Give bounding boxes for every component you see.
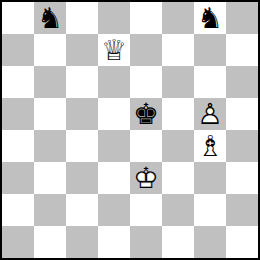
chessboard: ♞♞♛♕♚♟♙♝♗♚♔ xyxy=(0,0,260,260)
square-h7[interactable] xyxy=(226,34,258,66)
square-b4[interactable] xyxy=(34,130,66,162)
square-c4[interactable] xyxy=(66,130,98,162)
square-f3[interactable] xyxy=(162,162,194,194)
square-g2[interactable] xyxy=(194,194,226,226)
square-c1[interactable] xyxy=(66,226,98,258)
square-h4[interactable] xyxy=(226,130,258,162)
square-a5[interactable] xyxy=(2,98,34,130)
board-grid: ♞♞♛♕♚♟♙♝♗♚♔ xyxy=(2,2,258,258)
square-f5[interactable] xyxy=(162,98,194,130)
square-b6[interactable] xyxy=(34,66,66,98)
square-a2[interactable] xyxy=(2,194,34,226)
square-e4[interactable] xyxy=(130,130,162,162)
black-king-piece: ♚ xyxy=(130,98,162,130)
square-f7[interactable] xyxy=(162,34,194,66)
square-c8[interactable] xyxy=(66,2,98,34)
square-f1[interactable] xyxy=(162,226,194,258)
square-g1[interactable] xyxy=(194,226,226,258)
white-king-piece: ♚♔ xyxy=(130,162,162,194)
square-a1[interactable] xyxy=(2,226,34,258)
square-d8[interactable] xyxy=(98,2,130,34)
square-e6[interactable] xyxy=(130,66,162,98)
square-b1[interactable] xyxy=(34,226,66,258)
square-e1[interactable] xyxy=(130,226,162,258)
square-h6[interactable] xyxy=(226,66,258,98)
square-h2[interactable] xyxy=(226,194,258,226)
square-b2[interactable] xyxy=(34,194,66,226)
square-f6[interactable] xyxy=(162,66,194,98)
square-e3[interactable]: ♚♔ xyxy=(130,162,162,194)
king-outline-glyph: ♔ xyxy=(130,162,162,194)
white-pawn-piece: ♟♙ xyxy=(194,98,226,130)
square-d4[interactable] xyxy=(98,130,130,162)
square-d6[interactable] xyxy=(98,66,130,98)
black-knight-piece: ♞ xyxy=(34,2,66,34)
white-queen-piece: ♛♕ xyxy=(98,34,130,66)
square-c3[interactable] xyxy=(66,162,98,194)
square-h5[interactable] xyxy=(226,98,258,130)
square-f8[interactable] xyxy=(162,2,194,34)
square-g5[interactable]: ♟♙ xyxy=(194,98,226,130)
square-e2[interactable] xyxy=(130,194,162,226)
square-b7[interactable] xyxy=(34,34,66,66)
square-g4[interactable]: ♝♗ xyxy=(194,130,226,162)
square-c7[interactable] xyxy=(66,34,98,66)
square-d5[interactable] xyxy=(98,98,130,130)
square-h1[interactable] xyxy=(226,226,258,258)
white-bishop-piece: ♝♗ xyxy=(194,130,226,162)
square-a4[interactable] xyxy=(2,130,34,162)
square-g7[interactable] xyxy=(194,34,226,66)
black-knight-piece: ♞ xyxy=(194,2,226,34)
square-b5[interactable] xyxy=(34,98,66,130)
square-e8[interactable] xyxy=(130,2,162,34)
pawn-outline-glyph: ♙ xyxy=(194,98,226,130)
square-d1[interactable] xyxy=(98,226,130,258)
square-g3[interactable] xyxy=(194,162,226,194)
square-g6[interactable] xyxy=(194,66,226,98)
square-b8[interactable]: ♞ xyxy=(34,2,66,34)
square-a7[interactable] xyxy=(2,34,34,66)
square-d2[interactable] xyxy=(98,194,130,226)
square-b3[interactable] xyxy=(34,162,66,194)
square-e7[interactable] xyxy=(130,34,162,66)
square-c2[interactable] xyxy=(66,194,98,226)
square-a3[interactable] xyxy=(2,162,34,194)
bishop-outline-glyph: ♗ xyxy=(194,130,226,162)
square-f4[interactable] xyxy=(162,130,194,162)
square-d3[interactable] xyxy=(98,162,130,194)
square-f2[interactable] xyxy=(162,194,194,226)
queen-outline-glyph: ♕ xyxy=(98,34,130,66)
square-h8[interactable] xyxy=(226,2,258,34)
square-c5[interactable] xyxy=(66,98,98,130)
square-c6[interactable] xyxy=(66,66,98,98)
square-d7[interactable]: ♛♕ xyxy=(98,34,130,66)
square-a8[interactable] xyxy=(2,2,34,34)
square-e5[interactable]: ♚ xyxy=(130,98,162,130)
square-a6[interactable] xyxy=(2,66,34,98)
square-g8[interactable]: ♞ xyxy=(194,2,226,34)
square-h3[interactable] xyxy=(226,162,258,194)
